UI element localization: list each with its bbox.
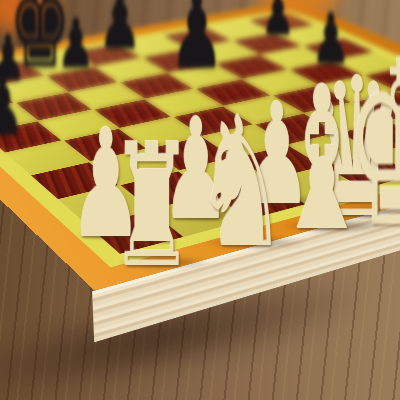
black-pawn: ♟ (170, 0, 225, 72)
black-pawn: ♟ (98, 0, 141, 52)
white-knight: ♞ (194, 113, 288, 253)
pieces-layer: ♚♟♟♟♟♟♟♟♟♜♟♞♟♝♛♚ (0, 0, 400, 400)
chess-set-photo: ♚♟♟♟♟♟♟♟♟♜♟♞♟♝♛♚ (0, 0, 400, 400)
black-pawn: ♟ (261, 0, 294, 37)
white-rook: ♜ (109, 140, 194, 273)
white-bishop: ♝ (274, 83, 370, 237)
black-pawn: ♟ (57, 17, 95, 70)
black-pawn: ♟ (0, 73, 25, 139)
